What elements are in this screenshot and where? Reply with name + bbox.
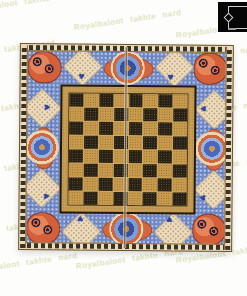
bead-border-right <box>224 47 232 250</box>
board-square[interactable] <box>158 108 172 121</box>
heart-icon: ♥ <box>42 104 52 110</box>
board-square[interactable] <box>158 192 172 205</box>
board-square[interactable] <box>128 164 142 177</box>
board-square[interactable] <box>143 178 157 191</box>
board-square[interactable] <box>98 178 112 191</box>
spiral-icon <box>209 227 218 236</box>
board-square[interactable] <box>129 108 143 121</box>
corner-flower-motif <box>192 214 226 246</box>
board-square[interactable] <box>144 108 158 121</box>
board-square[interactable] <box>98 164 112 177</box>
spiral-icon <box>211 66 220 75</box>
board-square[interactable] <box>158 150 172 163</box>
watermark-text: Royalbaloot takhte nard <box>0 0 76 14</box>
board-square[interactable] <box>99 150 113 163</box>
spiral-icon <box>33 57 42 66</box>
board-square[interactable] <box>173 164 187 177</box>
board-square[interactable] <box>173 108 187 121</box>
board-square[interactable] <box>173 178 187 191</box>
board-square[interactable] <box>69 94 83 107</box>
board-square[interactable] <box>143 150 157 163</box>
page: { "game": "chess", "description": "ornat… <box>0 0 247 296</box>
board-square[interactable] <box>128 178 142 191</box>
board-square[interactable] <box>173 192 187 205</box>
board-square[interactable] <box>159 94 173 107</box>
heart-icon: ♥ <box>198 106 208 112</box>
medallion-rings <box>25 130 59 164</box>
cream-diamond <box>22 168 62 208</box>
corner-flower-motif <box>26 212 60 244</box>
board-square[interactable] <box>143 164 157 177</box>
heart-icon: ♥ <box>198 195 208 201</box>
board-square[interactable] <box>143 122 157 135</box>
heart-icon: ♥ <box>79 72 85 82</box>
board-square[interactable] <box>99 122 113 135</box>
board-square[interactable] <box>144 94 158 107</box>
spiral-icon <box>199 59 208 68</box>
board-square[interactable] <box>69 136 83 149</box>
logo-text-strip <box>228 28 236 30</box>
board-square[interactable] <box>83 178 97 191</box>
brand-logo <box>218 2 247 32</box>
cream-diamond <box>155 48 195 88</box>
medallion-left <box>22 127 62 167</box>
watermark-text: Royalbaloot takhte nard <box>73 8 182 32</box>
board-square[interactable] <box>69 164 83 177</box>
board-square[interactable] <box>99 94 113 107</box>
board-square[interactable] <box>98 192 112 205</box>
board-square[interactable] <box>69 122 83 135</box>
board-square[interactable] <box>83 192 97 205</box>
spiral-icon <box>197 220 206 229</box>
heart-icon: ♥ <box>168 72 174 82</box>
watermark-text: Royalbaloot takhte nard <box>0 251 78 275</box>
board-square[interactable] <box>129 94 143 107</box>
board-square[interactable] <box>69 108 83 121</box>
heart-icon: ♥ <box>166 214 172 224</box>
board-square[interactable] <box>69 192 83 205</box>
board-square[interactable] <box>69 178 83 191</box>
board-square[interactable] <box>69 150 83 163</box>
board-square[interactable] <box>173 122 187 135</box>
corner-flower-motif <box>194 53 228 85</box>
spiral-icon <box>43 225 52 234</box>
board-square[interactable] <box>158 164 172 177</box>
board-square[interactable] <box>143 136 157 149</box>
board-square[interactable] <box>158 122 172 135</box>
board-square[interactable] <box>129 122 143 135</box>
board-square[interactable] <box>143 192 157 205</box>
board-square[interactable] <box>158 178 172 191</box>
board-square[interactable] <box>173 136 187 149</box>
board-square[interactable] <box>84 164 98 177</box>
board-panel <box>59 84 196 214</box>
board-square[interactable] <box>173 94 187 107</box>
chess-board: ♥ ♥ ♥ ♥ ♥ ♥ ♥ ♥ ♥ ♥ ♥ ♥ <box>18 43 234 252</box>
board-square[interactable] <box>84 94 98 107</box>
chess-grid <box>67 92 188 206</box>
board-square[interactable] <box>99 136 113 149</box>
board-square[interactable] <box>84 150 98 163</box>
board-square[interactable] <box>128 192 142 205</box>
spiral-icon <box>45 64 54 73</box>
board-square[interactable] <box>84 136 98 149</box>
board-square[interactable] <box>158 136 172 149</box>
board-square[interactable] <box>173 150 187 163</box>
heart-icon: ♥ <box>42 193 52 199</box>
board-square[interactable] <box>128 136 142 149</box>
board-square[interactable] <box>128 150 142 163</box>
board-square[interactable] <box>84 122 98 135</box>
heart-icon: ♥ <box>77 214 83 224</box>
spiral-icon <box>31 218 40 227</box>
board-square[interactable] <box>99 108 113 121</box>
board-square[interactable] <box>84 108 98 121</box>
corner-flower-motif <box>28 51 62 83</box>
